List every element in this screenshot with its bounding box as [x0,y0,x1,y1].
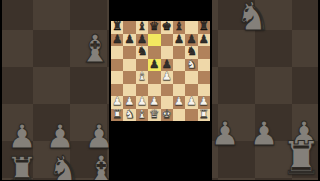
black-knight-g6: ♞ [186,46,196,58]
white-pawn-f2: ♟ [174,96,184,108]
square-e6 [161,46,173,59]
bg-square [33,30,70,67]
bg-square [70,0,107,30]
bg-bishop-icon: ♝ [78,30,112,68]
bg-square [292,67,320,104]
white-rook-h1: ♜ [199,109,209,121]
square-g2: ♟ [185,96,197,109]
black-queen-d8: ♛ [149,21,159,33]
square-g6: ♞ [185,46,197,59]
bg-square [0,0,33,30]
black-bishop-f8: ♝ [174,21,184,33]
bg-square [70,67,107,104]
square-c3 [136,84,148,97]
square-h4 [198,71,210,84]
square-a3 [111,84,123,97]
square-d6 [148,46,160,59]
bg-square [33,67,70,104]
square-d2: ♟ [148,96,160,109]
square-f7: ♟ [173,34,185,47]
white-pawn-c2: ♟ [137,96,147,108]
black-king-e8: ♚ [161,21,171,33]
black-pawn-b7: ♟ [124,34,134,46]
square-f2: ♟ [173,96,185,109]
square-c8: ♝ [136,21,148,34]
white-pawn-g2: ♟ [186,96,196,108]
square-e4: ♟ [161,71,173,84]
white-bishop-c4: ♝ [137,71,147,83]
square-d8: ♛ [148,21,160,34]
square-f8: ♝ [173,21,185,34]
square-f1 [173,109,185,122]
square-h7: ♟ [198,34,210,47]
square-h6 [198,46,210,59]
bg-square [292,0,320,30]
square-d5: ♟ [148,59,160,72]
square-h8: ♜ [198,21,210,34]
square-b2: ♟ [123,96,135,109]
black-bishop-c8: ♝ [137,21,147,33]
square-f3 [173,84,185,97]
bg-square [218,178,255,180]
square-e1: ♚ [161,109,173,122]
square-e2 [161,96,173,109]
video-frame[interactable]: ♞♝♟♟♟♟♟♟♜♞♝♜ ♜♝♛♚♝♜♟♟♟♟♟♟♞♞♟♟♞♝♟♟♟♟♟♟♟♟♜… [0,0,320,180]
square-a6 [111,46,123,59]
chessboard: ♜♝♛♚♝♜♟♟♟♟♟♟♞♞♟♟♞♝♟♟♟♟♟♟♟♟♜♞♝♛♚♜ [111,21,210,121]
square-g5: ♞ [185,59,197,72]
square-g8 [185,21,197,34]
black-pawn-e5: ♟ [161,59,171,71]
square-g7: ♟ [185,34,197,47]
square-a1: ♜ [111,109,123,122]
square-b5 [123,59,135,72]
square-b8 [123,21,135,34]
square-e8: ♚ [161,21,173,34]
square-b1: ♞ [123,109,135,122]
bg-square [218,67,255,104]
square-b3 [123,84,135,97]
black-rook-a8: ♜ [112,21,122,33]
square-b6 [123,46,135,59]
white-pawn-h2: ♟ [199,96,209,108]
square-e3 [161,84,173,97]
white-pawn-a2: ♟ [112,96,122,108]
white-bishop-c1: ♝ [137,109,147,121]
square-c5 [136,59,148,72]
black-pawn-d5: ♟ [149,59,159,71]
square-g4 [185,71,197,84]
square-b7: ♟ [123,34,135,47]
black-pawn-h7: ♟ [199,34,209,46]
square-b4 [123,71,135,84]
white-knight-g5: ♞ [186,59,196,71]
square-g3 [185,84,197,97]
white-pawn-d2: ♟ [149,96,159,108]
square-a4 [111,71,123,84]
bg-rook-icon: ♜ [280,135,320,180]
square-a2: ♟ [111,96,123,109]
bg-square [255,67,292,104]
square-h5 [198,59,210,72]
square-c2: ♟ [136,96,148,109]
square-f5 [173,59,185,72]
bg-square [0,67,33,104]
bg-knight-icon: ♞ [235,0,271,36]
video-letterbox-strip: ♜♝♛♚♝♜♟♟♟♟♟♟♞♞♟♟♞♝♟♟♟♟♟♟♟♟♜♞♝♛♚♜ [109,0,212,180]
bg-pawn-icon: ♟ [210,117,240,150]
bg-knight-icon: ♞ [47,151,80,181]
square-f4 [173,71,185,84]
black-pawn-a7: ♟ [112,34,122,46]
white-rook-a1: ♜ [112,109,122,121]
square-e7 [161,34,173,47]
bg-square [33,0,70,30]
black-pawn-g7: ♟ [186,34,196,46]
bg-rook-icon: ♜ [5,152,38,181]
square-h2: ♟ [198,96,210,109]
bg-square [292,30,320,67]
black-rook-h8: ♜ [199,21,209,33]
black-pawn-c7: ♟ [137,34,147,46]
bg-square [0,30,33,67]
square-d3 [148,84,160,97]
square-c4: ♝ [136,71,148,84]
square-f6 [173,46,185,59]
square-d1: ♛ [148,109,160,122]
white-pawn-b2: ♟ [124,96,134,108]
left-black-edge [0,0,2,180]
bg-pawn-icon: ♟ [249,117,279,150]
white-queen-d1: ♛ [149,109,159,121]
square-d4 [148,71,160,84]
square-a5 [111,59,123,72]
square-h3 [198,84,210,97]
square-e5: ♟ [161,59,173,72]
square-c1: ♝ [136,109,148,122]
square-c7: ♟ [136,34,148,47]
white-king-e1: ♚ [161,109,171,121]
square-h1: ♜ [198,109,210,122]
square-c6: ♞ [136,46,148,59]
white-pawn-e4: ♟ [161,71,171,83]
square-a8: ♜ [111,21,123,34]
black-pawn-f7: ♟ [174,34,184,46]
white-knight-b1: ♞ [124,109,134,121]
black-knight-c6: ♞ [137,46,147,58]
square-d7 [148,34,160,47]
square-a7: ♟ [111,34,123,47]
square-g1 [185,109,197,122]
